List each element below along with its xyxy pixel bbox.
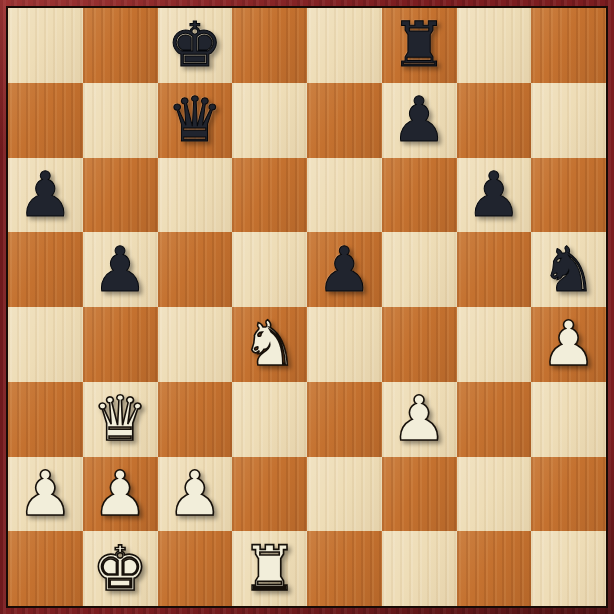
square-c2[interactable]: ♟ — [158, 457, 233, 532]
square-h2[interactable] — [531, 457, 606, 532]
square-h4[interactable]: ♟ — [531, 307, 606, 382]
square-g5[interactable] — [457, 232, 532, 307]
square-c7[interactable]: ♛ — [158, 83, 233, 158]
white-king-piece: ♚ — [92, 538, 148, 600]
square-a2[interactable]: ♟ — [8, 457, 83, 532]
square-b3[interactable]: ♛ — [83, 382, 158, 457]
square-d7[interactable] — [232, 83, 307, 158]
square-b5[interactable]: ♟ — [83, 232, 158, 307]
square-g8[interactable] — [457, 8, 532, 83]
black-pawn-piece: ♟ — [466, 164, 522, 226]
square-g1[interactable] — [457, 531, 532, 606]
white-rook-piece: ♜ — [242, 538, 298, 600]
square-a5[interactable] — [8, 232, 83, 307]
white-pawn-piece: ♟ — [391, 388, 447, 450]
square-a4[interactable] — [8, 307, 83, 382]
black-queen-piece: ♛ — [167, 89, 223, 151]
square-d5[interactable] — [232, 232, 307, 307]
board-frame: ♚♜♛♟♟♟♟♟♞♞♟♛♟♟♟♟♚♜ — [0, 0, 614, 614]
square-c3[interactable] — [158, 382, 233, 457]
square-d1[interactable]: ♜ — [232, 531, 307, 606]
square-e3[interactable] — [307, 382, 382, 457]
square-a1[interactable] — [8, 531, 83, 606]
square-g6[interactable]: ♟ — [457, 158, 532, 233]
square-e6[interactable] — [307, 158, 382, 233]
square-d8[interactable] — [232, 8, 307, 83]
square-b7[interactable] — [83, 83, 158, 158]
square-f1[interactable] — [382, 531, 457, 606]
square-e4[interactable] — [307, 307, 382, 382]
square-g2[interactable] — [457, 457, 532, 532]
square-b1[interactable]: ♚ — [83, 531, 158, 606]
black-knight-piece: ♞ — [541, 239, 597, 301]
square-e7[interactable] — [307, 83, 382, 158]
square-e5[interactable]: ♟ — [307, 232, 382, 307]
square-f3[interactable]: ♟ — [382, 382, 457, 457]
white-pawn-piece: ♟ — [541, 313, 597, 375]
square-c5[interactable] — [158, 232, 233, 307]
square-h6[interactable] — [531, 158, 606, 233]
square-f6[interactable] — [382, 158, 457, 233]
square-d2[interactable] — [232, 457, 307, 532]
square-g4[interactable] — [457, 307, 532, 382]
square-b8[interactable] — [83, 8, 158, 83]
black-pawn-piece: ♟ — [92, 239, 148, 301]
white-pawn-piece: ♟ — [18, 463, 74, 525]
square-g7[interactable] — [457, 83, 532, 158]
black-pawn-piece: ♟ — [391, 89, 447, 151]
white-queen-piece: ♛ — [92, 388, 148, 450]
square-f4[interactable] — [382, 307, 457, 382]
square-f2[interactable] — [382, 457, 457, 532]
square-f7[interactable]: ♟ — [382, 83, 457, 158]
square-a7[interactable] — [8, 83, 83, 158]
square-e1[interactable] — [307, 531, 382, 606]
chess-board: ♚♜♛♟♟♟♟♟♞♞♟♛♟♟♟♟♚♜ — [8, 8, 606, 606]
square-d3[interactable] — [232, 382, 307, 457]
square-e2[interactable] — [307, 457, 382, 532]
square-a8[interactable] — [8, 8, 83, 83]
square-g3[interactable] — [457, 382, 532, 457]
black-pawn-piece: ♟ — [317, 239, 373, 301]
square-a6[interactable]: ♟ — [8, 158, 83, 233]
square-f8[interactable]: ♜ — [382, 8, 457, 83]
black-rook-piece: ♜ — [391, 14, 447, 76]
square-d6[interactable] — [232, 158, 307, 233]
black-pawn-piece: ♟ — [18, 164, 74, 226]
square-c6[interactable] — [158, 158, 233, 233]
square-e8[interactable] — [307, 8, 382, 83]
black-king-piece: ♚ — [167, 14, 223, 76]
square-b2[interactable]: ♟ — [83, 457, 158, 532]
square-h1[interactable] — [531, 531, 606, 606]
square-h8[interactable] — [531, 8, 606, 83]
square-h5[interactable]: ♞ — [531, 232, 606, 307]
square-h3[interactable] — [531, 382, 606, 457]
square-b6[interactable] — [83, 158, 158, 233]
square-h7[interactable] — [531, 83, 606, 158]
white-pawn-piece: ♟ — [92, 463, 148, 525]
square-d4[interactable]: ♞ — [232, 307, 307, 382]
square-c4[interactable] — [158, 307, 233, 382]
square-f5[interactable] — [382, 232, 457, 307]
square-c8[interactable]: ♚ — [158, 8, 233, 83]
square-c1[interactable] — [158, 531, 233, 606]
white-pawn-piece: ♟ — [167, 463, 223, 525]
white-knight-piece: ♞ — [242, 313, 298, 375]
square-a3[interactable] — [8, 382, 83, 457]
square-b4[interactable] — [83, 307, 158, 382]
